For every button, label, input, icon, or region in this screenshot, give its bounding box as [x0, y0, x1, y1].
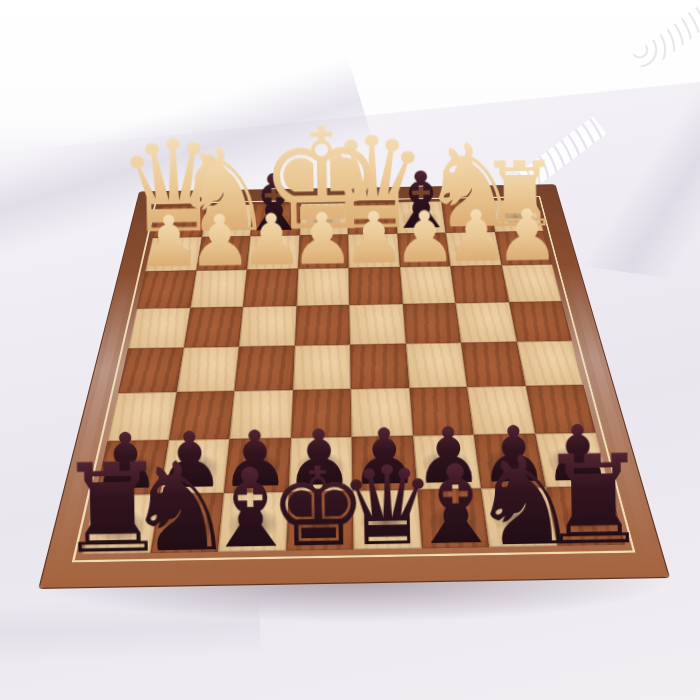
square-c5 [406, 343, 468, 388]
board-tilt-wrapper: ♛♞♝♚♛♝♞♜♟♟♟♟♟♟♟♟♟♟♟♟♟♟♟♟♜♞♝♚♛♝♞♜ [96, 91, 605, 600]
square-a2: ♟ [495, 231, 553, 266]
square-b2: ♟ [446, 232, 502, 267]
square-c2: ♟ [397, 232, 451, 267]
piece-white-pawn: ♟ [495, 199, 560, 271]
square-a4 [509, 301, 572, 342]
square-d4 [349, 304, 405, 345]
piece-black-knight: ♞ [125, 445, 237, 570]
square-a5 [517, 341, 584, 386]
square-g5 [176, 347, 239, 392]
piece-black-rook: ♜ [538, 437, 650, 562]
square-d5 [350, 344, 409, 389]
square-g4 [183, 307, 243, 348]
square-c4 [402, 303, 461, 344]
square-b4 [455, 302, 516, 343]
chess-board: ♛♞♝♚♛♝♞♜♟♟♟♟♟♟♟♟♟♟♟♟♟♟♟♟♜♞♝♚♛♝♞♜ [40, 185, 669, 588]
square-e2: ♟ [298, 234, 349, 269]
square-e5 [293, 345, 351, 390]
square-f4 [239, 306, 296, 347]
square-b5 [461, 342, 525, 387]
square-e4 [294, 305, 350, 346]
photo-scene: ♛♞♝♚♛♝♞♜♟♟♟♟♟♟♟♟♟♟♟♟♟♟♟♟♜♞♝♚♛♝♞♜ [0, 0, 700, 700]
board-grid: ♛♞♝♚♛♝♞♜♟♟♟♟♟♟♟♟♟♟♟♟♟♟♟♟♜♞♝♚♛♝♞♜ [82, 200, 625, 555]
square-f5 [234, 346, 294, 391]
square-d2: ♟ [348, 233, 399, 268]
square-h5 [118, 348, 183, 393]
square-h4 [128, 307, 190, 348]
square-a8: ♜ [545, 486, 625, 546]
square-g8: ♞ [150, 493, 224, 554]
